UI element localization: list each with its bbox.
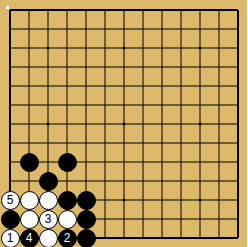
point-lh[interactable] bbox=[210, 134, 229, 153]
point-el[interactable] bbox=[77, 210, 96, 229]
point-cj[interactable] bbox=[39, 172, 58, 191]
point-md[interactable] bbox=[229, 58, 248, 77]
point-ac[interactable] bbox=[1, 39, 20, 58]
point-dj[interactable] bbox=[58, 172, 77, 191]
point-mf[interactable] bbox=[229, 96, 248, 115]
point-gh[interactable] bbox=[115, 134, 134, 153]
point-jb[interactable] bbox=[172, 20, 191, 39]
point-jg[interactable] bbox=[172, 115, 191, 134]
black-stone bbox=[77, 210, 96, 229]
point-bd[interactable] bbox=[20, 58, 39, 77]
point-lk[interactable] bbox=[210, 191, 229, 210]
point-gl[interactable] bbox=[115, 210, 134, 229]
point-gk[interactable] bbox=[115, 191, 134, 210]
black-stone: 2 bbox=[58, 229, 77, 247]
white-stone bbox=[39, 229, 58, 247]
point-gc[interactable] bbox=[115, 39, 134, 58]
point-ek[interactable] bbox=[77, 191, 96, 210]
point-je[interactable] bbox=[172, 77, 191, 96]
point-cl[interactable]: 3 bbox=[39, 210, 58, 229]
point-jf[interactable] bbox=[172, 96, 191, 115]
point-ml[interactable] bbox=[229, 210, 248, 229]
point-fc[interactable] bbox=[96, 39, 115, 58]
point-ce[interactable] bbox=[39, 77, 58, 96]
point-km[interactable] bbox=[191, 229, 210, 247]
point-hd[interactable] bbox=[134, 58, 153, 77]
point-aj[interactable] bbox=[1, 172, 20, 191]
point-mk[interactable] bbox=[229, 191, 248, 210]
go-board[interactable]: 53142 bbox=[1, 1, 248, 247]
point-gm[interactable] bbox=[115, 229, 134, 247]
point-bb[interactable] bbox=[20, 20, 39, 39]
point-ah[interactable] bbox=[1, 134, 20, 153]
black-stone bbox=[39, 172, 58, 191]
point-cd[interactable] bbox=[39, 58, 58, 77]
point-me[interactable] bbox=[229, 77, 248, 96]
point-bl[interactable] bbox=[20, 210, 39, 229]
white-stone: 3 bbox=[39, 210, 58, 229]
point-ba[interactable] bbox=[20, 1, 39, 20]
go-diagram: 53142 bbox=[0, 0, 247, 247]
point-hl[interactable] bbox=[134, 210, 153, 229]
point-ke[interactable] bbox=[191, 77, 210, 96]
point-hc[interactable] bbox=[134, 39, 153, 58]
point-ea[interactable] bbox=[77, 1, 96, 20]
move-number: 1 bbox=[7, 232, 14, 244]
point-ck[interactable] bbox=[39, 191, 58, 210]
black-stone bbox=[20, 153, 39, 172]
point-fk[interactable] bbox=[96, 191, 115, 210]
point-ki[interactable] bbox=[191, 153, 210, 172]
point-hb[interactable] bbox=[134, 20, 153, 39]
move-number: 4 bbox=[26, 232, 33, 244]
point-ha[interactable] bbox=[134, 1, 153, 20]
move-number: 2 bbox=[64, 232, 71, 244]
point-ei[interactable] bbox=[77, 153, 96, 172]
point-mc[interactable] bbox=[229, 39, 248, 58]
point-ef[interactable] bbox=[77, 96, 96, 115]
point-fe[interactable] bbox=[96, 77, 115, 96]
point-le[interactable] bbox=[210, 77, 229, 96]
point-gf[interactable] bbox=[115, 96, 134, 115]
point-am[interactable]: 1 bbox=[1, 229, 20, 247]
point-ik[interactable] bbox=[153, 191, 172, 210]
point-lm[interactable] bbox=[210, 229, 229, 247]
point-ff[interactable] bbox=[96, 96, 115, 115]
point-bj[interactable] bbox=[20, 172, 39, 191]
point-af[interactable] bbox=[1, 96, 20, 115]
point-dh[interactable] bbox=[58, 134, 77, 153]
point-gb[interactable] bbox=[115, 20, 134, 39]
point-ec[interactable] bbox=[77, 39, 96, 58]
point-dk[interactable] bbox=[58, 191, 77, 210]
point-eg[interactable] bbox=[77, 115, 96, 134]
point-hf[interactable] bbox=[134, 96, 153, 115]
point-gi[interactable] bbox=[115, 153, 134, 172]
point-mi[interactable] bbox=[229, 153, 248, 172]
point-cg[interactable] bbox=[39, 115, 58, 134]
point-ic[interactable] bbox=[153, 39, 172, 58]
point-bg[interactable] bbox=[20, 115, 39, 134]
point-kb[interactable] bbox=[191, 20, 210, 39]
point-al[interactable] bbox=[1, 210, 20, 229]
point-fl[interactable] bbox=[96, 210, 115, 229]
point-ae[interactable] bbox=[1, 77, 20, 96]
point-ka[interactable] bbox=[191, 1, 210, 20]
point-kj[interactable] bbox=[191, 172, 210, 191]
point-lb[interactable] bbox=[210, 20, 229, 39]
point-dc[interactable] bbox=[58, 39, 77, 58]
point-ci[interactable] bbox=[39, 153, 58, 172]
point-ll[interactable] bbox=[210, 210, 229, 229]
point-ag[interactable] bbox=[1, 115, 20, 134]
point-li[interactable] bbox=[210, 153, 229, 172]
point-ee[interactable] bbox=[77, 77, 96, 96]
point-ma[interactable] bbox=[229, 1, 248, 20]
point-ai[interactable] bbox=[1, 153, 20, 172]
point-eb[interactable] bbox=[77, 20, 96, 39]
point-ji[interactable] bbox=[172, 153, 191, 172]
point-lj[interactable] bbox=[210, 172, 229, 191]
white-stone bbox=[58, 210, 77, 229]
point-gj[interactable] bbox=[115, 172, 134, 191]
point-ja[interactable] bbox=[172, 1, 191, 20]
point-la[interactable] bbox=[210, 1, 229, 20]
point-em[interactable] bbox=[77, 229, 96, 247]
point-ak[interactable]: 5 bbox=[1, 191, 20, 210]
point-ij[interactable] bbox=[153, 172, 172, 191]
point-il[interactable] bbox=[153, 210, 172, 229]
point-mj[interactable] bbox=[229, 172, 248, 191]
point-cc[interactable] bbox=[39, 39, 58, 58]
point-fg[interactable] bbox=[96, 115, 115, 134]
point-ch[interactable] bbox=[39, 134, 58, 153]
point-bi[interactable] bbox=[20, 153, 39, 172]
point-id[interactable] bbox=[153, 58, 172, 77]
white-stone: 5 bbox=[1, 191, 20, 210]
point-ie[interactable] bbox=[153, 77, 172, 96]
point-ad[interactable] bbox=[1, 58, 20, 77]
point-mm[interactable] bbox=[229, 229, 248, 247]
point-mb[interactable] bbox=[229, 20, 248, 39]
point-fa[interactable] bbox=[96, 1, 115, 20]
point-aa[interactable] bbox=[1, 1, 20, 20]
point-jl[interactable] bbox=[172, 210, 191, 229]
move-number: 5 bbox=[7, 194, 14, 206]
black-stone bbox=[1, 210, 20, 229]
black-stone bbox=[58, 191, 77, 210]
point-jc[interactable] bbox=[172, 39, 191, 58]
point-hi[interactable] bbox=[134, 153, 153, 172]
point-he[interactable] bbox=[134, 77, 153, 96]
point-cf[interactable] bbox=[39, 96, 58, 115]
point-hj[interactable] bbox=[134, 172, 153, 191]
point-gg[interactable] bbox=[115, 115, 134, 134]
point-kg[interactable] bbox=[191, 115, 210, 134]
point-ca[interactable] bbox=[39, 1, 58, 20]
point-kl[interactable] bbox=[191, 210, 210, 229]
point-db[interactable] bbox=[58, 20, 77, 39]
point-bc[interactable] bbox=[20, 39, 39, 58]
point-ia[interactable] bbox=[153, 1, 172, 20]
point-da[interactable] bbox=[58, 1, 77, 20]
point-ej[interactable] bbox=[77, 172, 96, 191]
black-stone: 4 bbox=[20, 229, 39, 247]
point-kc[interactable] bbox=[191, 39, 210, 58]
point-mh[interactable] bbox=[229, 134, 248, 153]
point-kh[interactable] bbox=[191, 134, 210, 153]
white-stone: 1 bbox=[1, 229, 20, 247]
point-bm[interactable]: 4 bbox=[20, 229, 39, 247]
point-im[interactable] bbox=[153, 229, 172, 247]
point-dl[interactable] bbox=[58, 210, 77, 229]
point-eh[interactable] bbox=[77, 134, 96, 153]
point-hg[interactable] bbox=[134, 115, 153, 134]
point-fd[interactable] bbox=[96, 58, 115, 77]
point-ed[interactable] bbox=[77, 58, 96, 77]
point-jd[interactable] bbox=[172, 58, 191, 77]
point-bh[interactable] bbox=[20, 134, 39, 153]
point-df[interactable] bbox=[58, 96, 77, 115]
point-ld[interactable] bbox=[210, 58, 229, 77]
point-fj[interactable] bbox=[96, 172, 115, 191]
point-ih[interactable] bbox=[153, 134, 172, 153]
point-jh[interactable] bbox=[172, 134, 191, 153]
point-dd[interactable] bbox=[58, 58, 77, 77]
point-bk[interactable] bbox=[20, 191, 39, 210]
point-cb[interactable] bbox=[39, 20, 58, 39]
point-lg[interactable] bbox=[210, 115, 229, 134]
point-hk[interactable] bbox=[134, 191, 153, 210]
point-lc[interactable] bbox=[210, 39, 229, 58]
point-cm[interactable] bbox=[39, 229, 58, 247]
black-stone bbox=[58, 153, 77, 172]
point-mg[interactable] bbox=[229, 115, 248, 134]
move-number: 3 bbox=[45, 213, 52, 225]
point-de[interactable] bbox=[58, 77, 77, 96]
point-fh[interactable] bbox=[96, 134, 115, 153]
point-dm[interactable]: 2 bbox=[58, 229, 77, 247]
point-ge[interactable] bbox=[115, 77, 134, 96]
point-gd[interactable] bbox=[115, 58, 134, 77]
point-hm[interactable] bbox=[134, 229, 153, 247]
point-fi[interactable] bbox=[96, 153, 115, 172]
point-ib[interactable] bbox=[153, 20, 172, 39]
black-stone bbox=[77, 229, 96, 247]
point-fm[interactable] bbox=[96, 229, 115, 247]
point-be[interactable] bbox=[20, 77, 39, 96]
point-jm[interactable] bbox=[172, 229, 191, 247]
point-ga[interactable] bbox=[115, 1, 134, 20]
point-fb[interactable] bbox=[96, 20, 115, 39]
point-kk[interactable] bbox=[191, 191, 210, 210]
point-kf[interactable] bbox=[191, 96, 210, 115]
point-ig[interactable] bbox=[153, 115, 172, 134]
point-di[interactable] bbox=[58, 153, 77, 172]
white-stone bbox=[20, 210, 39, 229]
point-bf[interactable] bbox=[20, 96, 39, 115]
point-kd[interactable] bbox=[191, 58, 210, 77]
point-lf[interactable] bbox=[210, 96, 229, 115]
point-dg[interactable] bbox=[58, 115, 77, 134]
point-ii[interactable] bbox=[153, 153, 172, 172]
point-if[interactable] bbox=[153, 96, 172, 115]
point-hh[interactable] bbox=[134, 134, 153, 153]
white-stone bbox=[39, 191, 58, 210]
point-jk[interactable] bbox=[172, 191, 191, 210]
point-jj[interactable] bbox=[172, 172, 191, 191]
white-stone bbox=[20, 191, 39, 210]
point-ab[interactable] bbox=[1, 20, 20, 39]
black-stone bbox=[77, 191, 96, 210]
